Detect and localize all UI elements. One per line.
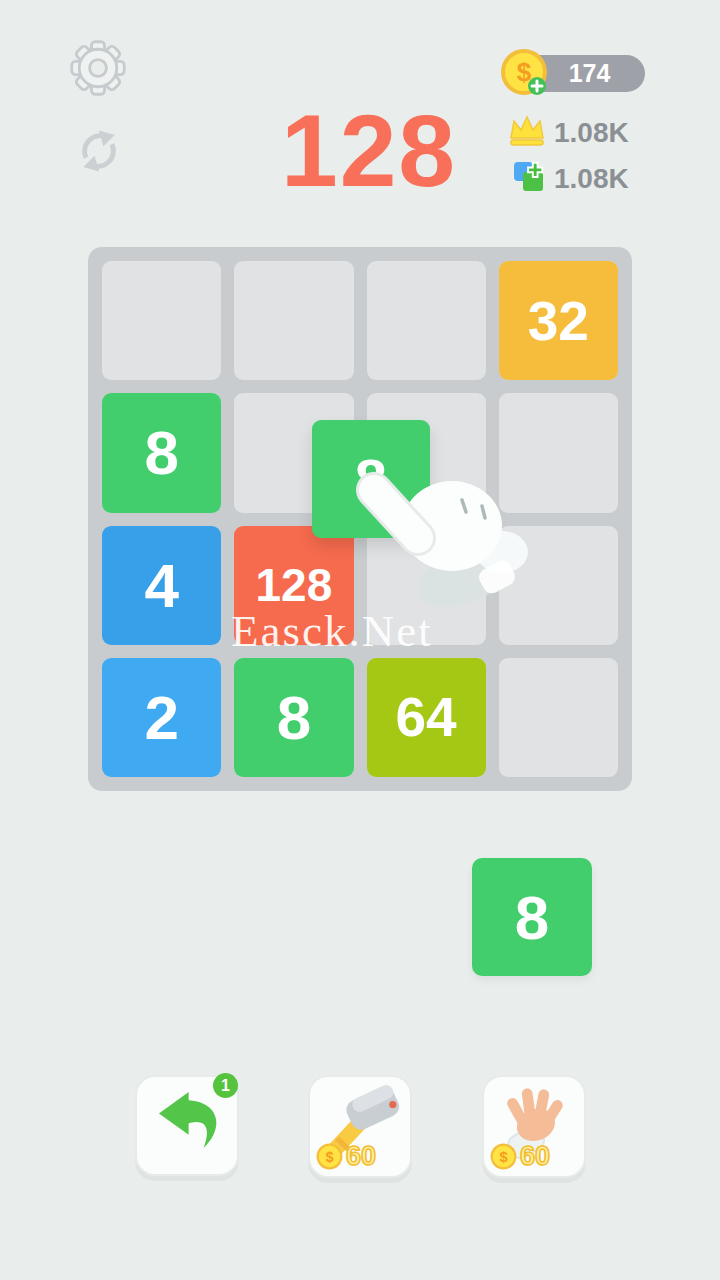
undo-icon: [154, 1087, 220, 1153]
undo-count-badge: 1: [213, 1073, 238, 1098]
tile-2[interactable]: 2: [102, 658, 221, 777]
tile-4[interactable]: 4: [102, 526, 221, 645]
score-value: 128: [281, 100, 457, 202]
tile-32[interactable]: 32: [499, 261, 618, 380]
board-cell: [499, 658, 618, 777]
board-cell: 2: [102, 658, 221, 777]
hammer-button[interactable]: $ 60: [308, 1075, 412, 1178]
hand-tool-button[interactable]: $ 60: [482, 1075, 586, 1178]
board-cell: [234, 261, 353, 380]
hand-cursor: [352, 466, 557, 608]
coin-icon: $: [501, 49, 549, 97]
tile-stat-value: 1.08K: [554, 163, 629, 195]
coin-icon: $: [316, 1143, 343, 1170]
coin-icon: $: [490, 1143, 517, 1170]
svg-text:$: $: [325, 1149, 333, 1165]
board-cell: 8: [102, 393, 221, 512]
board-cell: [367, 261, 486, 380]
hammer-price: $ 60: [316, 1141, 376, 1172]
next-tile[interactable]: 8: [472, 858, 592, 976]
board-cell: 32: [499, 261, 618, 380]
tile-64[interactable]: 64: [367, 658, 486, 777]
tiles-stat-icon: [511, 159, 547, 195]
board-cell: 8: [234, 658, 353, 777]
tile-8[interactable]: 8: [234, 658, 353, 777]
game-screen: 128 174 $ 1.08K 1.08K 32841282864 Easck.…: [0, 0, 720, 1280]
hand-price: $ 60: [490, 1141, 550, 1172]
settings-gear-icon[interactable]: [68, 38, 128, 98]
hammer-price-value: 60: [346, 1141, 376, 1172]
svg-text:$: $: [499, 1149, 507, 1165]
undo-count-value: 1: [221, 1077, 230, 1095]
board-cell: 64: [367, 658, 486, 777]
board-cell: 4: [102, 526, 221, 645]
crown-icon: [507, 114, 547, 148]
board-cell: [102, 261, 221, 380]
next-tile-value: 8: [515, 882, 549, 953]
coin-balance-value: 174: [555, 59, 611, 88]
crown-stat-value: 1.08K: [554, 117, 629, 149]
tile-8[interactable]: 8: [102, 393, 221, 512]
swap-icon[interactable]: [72, 124, 126, 178]
undo-button[interactable]: 1: [135, 1075, 239, 1176]
hand-price-value: 60: [520, 1141, 550, 1172]
watermark-text: Easck.Net: [231, 605, 433, 657]
